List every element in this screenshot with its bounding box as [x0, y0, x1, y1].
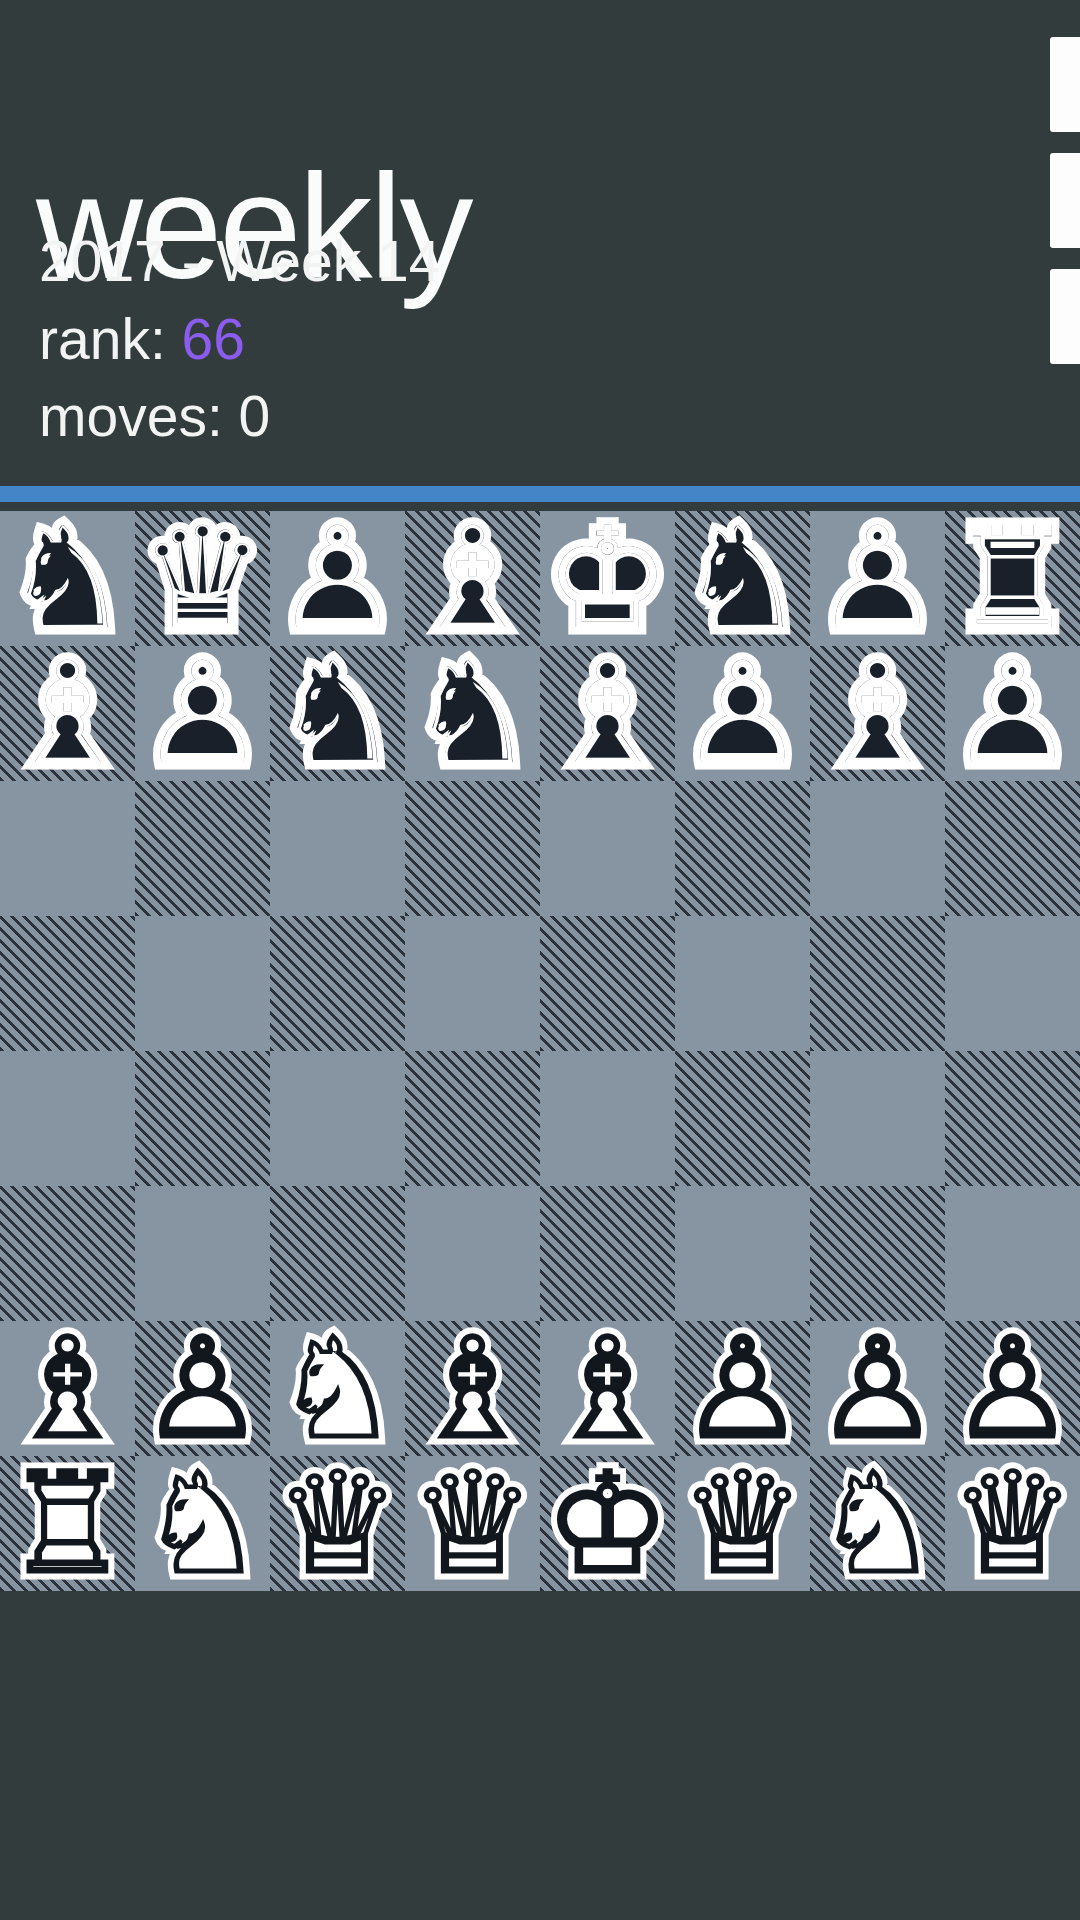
black-pawn-icon: ♟♟♙ [270, 511, 405, 646]
square-h1[interactable]: ♛♛♕ [945, 1456, 1080, 1591]
square-d5[interactable] [405, 916, 540, 1051]
white-pawn-icon: ♟♟♙ [810, 1321, 945, 1456]
square-f7[interactable]: ♟♟♙ [675, 646, 810, 781]
square-h7[interactable]: ♟♟♙ [945, 646, 1080, 781]
square-d1[interactable]: ♛♛♕ [405, 1456, 540, 1591]
square-h3[interactable] [945, 1186, 1080, 1321]
square-a1[interactable]: ♜♜♖ [0, 1456, 135, 1591]
square-d6[interactable] [405, 781, 540, 916]
square-b3[interactable] [135, 1186, 270, 1321]
drawer-tab-handle-1[interactable] [1050, 37, 1080, 132]
square-b5[interactable] [135, 916, 270, 1051]
square-g8[interactable]: ♟♟♙ [810, 511, 945, 646]
white-queen-icon: ♛♛♕ [405, 1456, 540, 1591]
square-f1[interactable]: ♛♛♕ [675, 1456, 810, 1591]
square-e4[interactable] [540, 1051, 675, 1186]
square-c7[interactable]: ♞♞♘ [270, 646, 405, 781]
square-c2[interactable]: ♞♞♘ [270, 1321, 405, 1456]
square-g7[interactable]: ♝♝♗ [810, 646, 945, 781]
rank-label: rank: [39, 307, 182, 371]
square-h2[interactable]: ♟♟♙ [945, 1321, 1080, 1456]
black-bishop-icon: ♝♝♗ [540, 646, 675, 781]
square-d3[interactable] [405, 1186, 540, 1321]
square-d8[interactable]: ♝♝♗ [405, 511, 540, 646]
white-rook-icon: ♜♜♖ [0, 1456, 135, 1591]
square-d4[interactable] [405, 1051, 540, 1186]
square-g1[interactable]: ♞♞♘ [810, 1456, 945, 1591]
black-pawn-icon: ♟♟♙ [810, 511, 945, 646]
black-rook-icon: ♜♜♖ [945, 511, 1080, 646]
square-f8[interactable]: ♞♞♘ [675, 511, 810, 646]
black-pawn-icon: ♟♟♙ [135, 646, 270, 781]
menu-drawer-tabs [1050, 37, 1080, 364]
black-bishop-icon: ♝♝♗ [0, 646, 135, 781]
white-queen-icon: ♛♛♕ [675, 1456, 810, 1591]
moves-value: 0 [239, 384, 271, 448]
black-knight-icon: ♞♞♘ [0, 511, 135, 646]
square-c3[interactable] [270, 1186, 405, 1321]
drawer-tab-handle-3[interactable] [1050, 269, 1080, 364]
square-g5[interactable] [810, 916, 945, 1051]
black-pawn-icon: ♟♟♙ [945, 646, 1080, 781]
square-g6[interactable] [810, 781, 945, 916]
weekly-challenge-screen: weekly 2017 - Week 14 rank: 66 moves: 0 … [0, 0, 1080, 1920]
square-a7[interactable]: ♝♝♗ [0, 646, 135, 781]
square-e2[interactable]: ♝♝♗ [540, 1321, 675, 1456]
chess-board: ♞♞♘♛♛♕♟♟♙♝♝♗♚♚♔♞♞♘♟♟♙♜♜♖♝♝♗♟♟♙♞♞♘♞♞♘♝♝♗♟… [0, 511, 1080, 1591]
white-bishop-icon: ♝♝♗ [0, 1321, 135, 1456]
square-a6[interactable] [0, 781, 135, 916]
square-b7[interactable]: ♟♟♙ [135, 646, 270, 781]
week-subtitle: 2017 - Week 14 [39, 233, 440, 290]
black-bishop-icon: ♝♝♗ [810, 646, 945, 781]
square-b1[interactable]: ♞♞♘ [135, 1456, 270, 1591]
square-b2[interactable]: ♟♟♙ [135, 1321, 270, 1456]
square-c8[interactable]: ♟♟♙ [270, 511, 405, 646]
square-a8[interactable]: ♞♞♘ [0, 511, 135, 646]
white-queen-icon: ♛♛♕ [270, 1456, 405, 1591]
white-queen-icon: ♛♛♕ [945, 1456, 1080, 1591]
white-bishop-icon: ♝♝♗ [405, 1321, 540, 1456]
square-d7[interactable]: ♞♞♘ [405, 646, 540, 781]
square-f3[interactable] [675, 1186, 810, 1321]
square-e8[interactable]: ♚♚♔ [540, 511, 675, 646]
square-a4[interactable] [0, 1051, 135, 1186]
square-a5[interactable] [0, 916, 135, 1051]
square-b6[interactable] [135, 781, 270, 916]
square-g3[interactable] [810, 1186, 945, 1321]
square-g4[interactable] [810, 1051, 945, 1186]
square-c4[interactable] [270, 1051, 405, 1186]
square-f2[interactable]: ♟♟♙ [675, 1321, 810, 1456]
white-bishop-icon: ♝♝♗ [540, 1321, 675, 1456]
black-knight-icon: ♞♞♘ [270, 646, 405, 781]
square-b4[interactable] [135, 1051, 270, 1186]
square-e7[interactable]: ♝♝♗ [540, 646, 675, 781]
drawer-tab-handle-2[interactable] [1050, 153, 1080, 248]
square-e3[interactable] [540, 1186, 675, 1321]
square-a3[interactable] [0, 1186, 135, 1321]
black-queen-icon: ♛♛♕ [135, 511, 270, 646]
square-c6[interactable] [270, 781, 405, 916]
black-bishop-icon: ♝♝♗ [405, 511, 540, 646]
square-f5[interactable] [675, 916, 810, 1051]
square-c1[interactable]: ♛♛♕ [270, 1456, 405, 1591]
accent-divider-bar [0, 486, 1080, 502]
white-knight-icon: ♞♞♘ [135, 1456, 270, 1591]
square-d2[interactable]: ♝♝♗ [405, 1321, 540, 1456]
white-pawn-icon: ♟♟♙ [675, 1321, 810, 1456]
black-knight-icon: ♞♞♘ [675, 511, 810, 646]
black-pawn-icon: ♟♟♙ [675, 646, 810, 781]
square-f4[interactable] [675, 1051, 810, 1186]
moves-line: moves: 0 [39, 388, 270, 445]
white-king-icon: ♚♚♔ [540, 1456, 675, 1591]
square-c5[interactable] [270, 916, 405, 1051]
square-f6[interactable] [675, 781, 810, 916]
black-king-icon: ♚♚♔ [540, 511, 675, 646]
black-knight-icon: ♞♞♘ [405, 646, 540, 781]
square-e1[interactable]: ♚♚♔ [540, 1456, 675, 1591]
moves-label: moves: [39, 384, 239, 448]
square-h8[interactable]: ♜♜♖ [945, 511, 1080, 646]
rank-value: 66 [182, 307, 245, 371]
square-a2[interactable]: ♝♝♗ [0, 1321, 135, 1456]
square-h4[interactable] [945, 1051, 1080, 1186]
square-e5[interactable] [540, 916, 675, 1051]
square-h6[interactable] [945, 781, 1080, 916]
white-knight-icon: ♞♞♘ [270, 1321, 405, 1456]
white-knight-icon: ♞♞♘ [810, 1456, 945, 1591]
square-g2[interactable]: ♟♟♙ [810, 1321, 945, 1456]
square-e6[interactable] [540, 781, 675, 916]
rank-line: rank: 66 [39, 311, 245, 368]
white-pawn-icon: ♟♟♙ [135, 1321, 270, 1456]
square-h5[interactable] [945, 916, 1080, 1051]
white-pawn-icon: ♟♟♙ [945, 1321, 1080, 1456]
square-b8[interactable]: ♛♛♕ [135, 511, 270, 646]
